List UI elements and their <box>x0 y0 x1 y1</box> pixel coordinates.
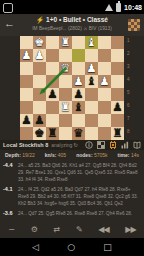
square-g3[interactable] <box>33 62 46 75</box>
square-b2[interactable] <box>98 49 111 62</box>
square-f3[interactable] <box>46 62 59 75</box>
square-c6[interactable] <box>85 101 98 114</box>
square-e8[interactable] <box>59 127 72 140</box>
square-b4[interactable]: ♟ <box>98 75 111 88</box>
square-h8[interactable] <box>20 127 33 140</box>
square-f8[interactable]: ♜ <box>46 127 59 140</box>
black-R-piece: ♜ <box>47 128 57 140</box>
black-B-piece: ♝ <box>73 102 83 114</box>
square-h3[interactable] <box>20 62 33 75</box>
white-P-piece: ♟ <box>34 50 44 62</box>
engine-stats: Depth: 19/22kn/s: 405nodes: 5705ktime: 1… <box>0 150 144 160</box>
square-a6[interactable]: ♟ <box>111 101 124 114</box>
square-c4[interactable]: ♝ <box>85 75 98 88</box>
square-g5[interactable] <box>33 88 46 101</box>
square-f2[interactable] <box>46 49 59 62</box>
black-P-piece: ♟ <box>34 115 44 127</box>
battery-icon <box>116 3 121 12</box>
analysis-controls: −⚙⇄✎◀◀▶▶ <box>0 221 144 238</box>
line-moves: 24... Qd7 25. Qg5 Rfe8 26. Rxe8 Rxe8 27.… <box>18 210 141 217</box>
engine-line-1[interactable]: -4.424... a5 25. Ba3 Qb6 26. Kh1 a4 27. … <box>3 162 141 183</box>
black-P-piece: ♟ <box>21 115 31 127</box>
square-b1[interactable] <box>98 36 111 49</box>
android-back-button[interactable]: ◁ <box>32 242 39 252</box>
square-g4[interactable] <box>33 75 46 88</box>
white-B-piece: ♝ <box>86 37 96 49</box>
analysis-board-icon[interactable] <box>128 19 140 31</box>
collapse-button[interactable]: − <box>8 226 14 234</box>
engine-status: analyzing <box>51 142 72 148</box>
flip-board-button[interactable]: ⇄ <box>54 226 60 234</box>
square-e4[interactable] <box>59 75 72 88</box>
game-header: ⚡ 1+0 • Bullet • Classé IM BeepBeepI... … <box>20 16 124 31</box>
book-icon[interactable] <box>133 141 141 149</box>
black-P-piece: ♟ <box>73 89 83 101</box>
back-button[interactable]: ← <box>4 17 15 29</box>
rank-label-8: 8 <box>127 127 137 140</box>
stat-time: time: 14s <box>118 152 139 158</box>
engine-name: Local Stockfish 8 <box>3 142 48 148</box>
rank-labels: 12345678 <box>127 36 137 140</box>
line-moves: 24... a5 25. Ba3 Qb6 26. Kh1 a4 27. Qg5 … <box>18 162 141 183</box>
square-h2[interactable]: ♟ <box>20 49 33 62</box>
stat-kns: kn/s: 405 <box>45 152 66 158</box>
forward-button[interactable]: ▶▶ <box>125 226 135 234</box>
black-B-piece: ♝ <box>86 76 96 88</box>
rank-label-1: 1 <box>127 36 137 49</box>
square-c8[interactable] <box>85 127 98 140</box>
square-d1[interactable] <box>72 36 85 49</box>
notification-icon <box>3 3 13 13</box>
app-bar: ← ⚡ 1+0 • Bullet • Classé IM BeepBeepI..… <box>0 14 144 36</box>
bullet-icon: ⚡ <box>36 16 44 23</box>
board: ♚♜♝♟♟♛♟♟♝♟♟♟♜♝♟♟♟♚♜♛♜ <box>20 36 124 140</box>
square-g8[interactable]: ♚ <box>33 127 46 140</box>
engine-line-2[interactable]: -4.124... f4 25. Qd2 a5 26. Ba3 Qd7 27. … <box>3 186 141 207</box>
engine-chip-icon[interactable] <box>109 141 117 149</box>
white-R-piece: ♜ <box>60 102 70 114</box>
status-bar: 10:48 <box>0 0 144 14</box>
square-a3[interactable] <box>111 62 124 75</box>
square-h4[interactable] <box>20 75 33 88</box>
black-R-piece: ♜ <box>112 128 122 140</box>
wifi-icon <box>105 4 113 11</box>
line-moves: 24... f4 25. Qd2 a5 26. Ba3 Qd7 27. h4 R… <box>18 186 141 207</box>
black-P-piece: ♟ <box>47 89 57 101</box>
rank-label-6: 6 <box>127 101 137 114</box>
rank-label-2: 2 <box>127 49 137 62</box>
square-f6[interactable] <box>46 101 59 114</box>
square-a4[interactable] <box>111 75 124 88</box>
white-P-piece: ♟ <box>21 50 31 62</box>
settings-button[interactable]: ⚙ <box>31 226 37 234</box>
square-h5[interactable] <box>20 88 33 101</box>
square-d2[interactable] <box>72 49 85 62</box>
black-Q-piece: ♛ <box>73 128 83 140</box>
engine-bar: Local Stockfish 8 analyzing ↻ <box>0 140 144 150</box>
square-c5[interactable] <box>85 88 98 101</box>
rank-label-7: 7 <box>127 114 137 127</box>
square-d6[interactable]: ♝ <box>72 101 85 114</box>
tools-button[interactable]: ✎ <box>76 226 82 234</box>
board-icon[interactable] <box>97 141 105 149</box>
spinner-icon: ↻ <box>73 142 78 148</box>
square-e3[interactable]: ♛ <box>59 62 72 75</box>
players-ratings: IM BeepBeepI... (2802) ⚔ BIV (1913) <box>20 26 124 31</box>
android-recents-button[interactable]: □ <box>103 242 112 252</box>
black-P-piece: ♟ <box>112 102 122 114</box>
white-Q-piece: ♛ <box>60 63 70 75</box>
white-R-piece: ♜ <box>60 37 70 49</box>
android-nav-bar: ◁○□ <box>0 238 144 256</box>
stat-nodes: nodes: 5705k <box>76 152 107 158</box>
white-P-piece: ♟ <box>86 63 96 75</box>
chart-icon[interactable] <box>121 141 129 149</box>
status-clock: 10:48 <box>124 4 142 11</box>
square-g2[interactable]: ♟ <box>33 49 46 62</box>
line-eval: -4.4 <box>3 162 18 183</box>
info-icon[interactable] <box>85 141 93 149</box>
white-P-piece: ♟ <box>99 76 109 88</box>
rank-label-4: 4 <box>127 75 137 88</box>
rank-label-3: 3 <box>127 62 137 75</box>
engine-lines: -4.424... a5 25. Ba3 Qb6 26. Kh1 a4 27. … <box>0 160 144 221</box>
square-b7[interactable] <box>98 114 111 127</box>
stat-depth: Depth: 19/22 <box>5 152 35 158</box>
square-a8[interactable]: ♜ <box>111 127 124 140</box>
rank-label-5: 5 <box>127 88 137 101</box>
square-e7[interactable] <box>59 114 72 127</box>
white-P-piece: ♟ <box>73 76 83 88</box>
square-b6[interactable] <box>98 101 111 114</box>
square-c7[interactable] <box>85 114 98 127</box>
android-home-button[interactable]: ○ <box>67 242 75 252</box>
white-K-piece: ♚ <box>34 37 44 49</box>
square-a2[interactable] <box>111 49 124 62</box>
square-d8[interactable]: ♛ <box>72 127 85 140</box>
black-K-piece: ♚ <box>34 128 44 140</box>
square-e6[interactable]: ♜ <box>59 101 72 114</box>
square-h7[interactable]: ♟ <box>20 114 33 127</box>
square-f5[interactable]: ♟ <box>46 88 59 101</box>
square-b8[interactable] <box>98 127 111 140</box>
square-a1[interactable] <box>111 36 124 49</box>
backward-button[interactable]: ◀◀ <box>98 226 108 234</box>
square-c1[interactable]: ♝ <box>85 36 98 49</box>
chess-analysis-app: 10:48 ← ⚡ 1+0 • Bullet • Classé IM BeepB… <box>0 0 144 256</box>
square-b5[interactable] <box>98 88 111 101</box>
square-e1[interactable]: ♜ <box>59 36 72 49</box>
square-f1[interactable] <box>46 36 59 49</box>
engine-line-3[interactable]: -3.624... Qd7 25. Qg5 Rfe8 26. Rxe8 Rxe8… <box>3 210 141 217</box>
line-eval: -3.6 <box>3 210 18 217</box>
line-eval: -4.1 <box>3 186 18 207</box>
game-title: ⚡ 1+0 • Bullet • Classé <box>20 16 124 24</box>
board-area: ♚♜♝♟♟♛♟♟♝♟♟♟♜♝♟♟♟♚♜♛♜ 12345678 <box>0 36 144 140</box>
